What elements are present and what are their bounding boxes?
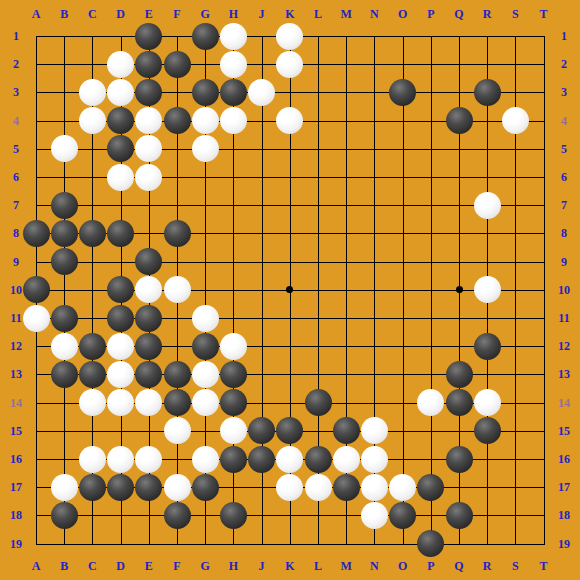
column-label-top-D: D	[116, 7, 125, 22]
column-label-top-P: P	[427, 7, 434, 22]
white-stone-B17[interactable]	[51, 474, 78, 501]
white-stone-N16[interactable]	[361, 446, 388, 473]
black-stone-Q13[interactable]	[446, 361, 473, 388]
row-label-right-18: 18	[558, 508, 570, 523]
white-stone-H4[interactable]	[220, 107, 247, 134]
white-stone-J3[interactable]	[248, 79, 275, 106]
column-label-top-N: N	[370, 7, 379, 22]
column-label-top-F: F	[173, 7, 180, 22]
black-stone-C12[interactable]	[79, 333, 106, 360]
black-stone-G3[interactable]	[192, 79, 219, 106]
row-label-right-12: 12	[558, 339, 570, 354]
row-label-right-8: 8	[561, 226, 567, 241]
black-stone-H3[interactable]	[220, 79, 247, 106]
white-stone-R7[interactable]	[474, 192, 501, 219]
white-stone-H15[interactable]	[220, 417, 247, 444]
column-label-bottom-L: L	[314, 559, 322, 574]
white-stone-H2[interactable]	[220, 51, 247, 78]
white-stone-R10[interactable]	[474, 276, 501, 303]
black-stone-D11[interactable]	[107, 305, 134, 332]
white-stone-D14[interactable]	[107, 389, 134, 416]
black-stone-F4[interactable]	[164, 107, 191, 134]
white-stone-H12[interactable]	[220, 333, 247, 360]
black-stone-H14[interactable]	[220, 389, 247, 416]
white-stone-K2[interactable]	[276, 51, 303, 78]
black-stone-H16[interactable]	[220, 446, 247, 473]
black-stone-E12[interactable]	[135, 333, 162, 360]
white-stone-B12[interactable]	[51, 333, 78, 360]
row-label-left-3: 3	[13, 85, 19, 100]
black-stone-F18[interactable]	[164, 502, 191, 529]
black-stone-A8[interactable]	[23, 220, 50, 247]
white-stone-G11[interactable]	[192, 305, 219, 332]
black-stone-F8[interactable]	[164, 220, 191, 247]
white-stone-F17[interactable]	[164, 474, 191, 501]
black-stone-G1[interactable]	[192, 23, 219, 50]
white-stone-M16[interactable]	[333, 446, 360, 473]
column-label-bottom-P: P	[427, 559, 434, 574]
row-label-right-17: 17	[558, 480, 570, 495]
column-label-bottom-S: S	[512, 559, 519, 574]
black-stone-O3[interactable]	[389, 79, 416, 106]
row-label-left-11: 11	[10, 311, 21, 326]
column-label-bottom-T: T	[540, 559, 548, 574]
column-label-top-A: A	[32, 7, 41, 22]
white-stone-D3[interactable]	[107, 79, 134, 106]
white-stone-O17[interactable]	[389, 474, 416, 501]
white-stone-F10[interactable]	[164, 276, 191, 303]
white-stone-C4[interactable]	[79, 107, 106, 134]
column-label-bottom-C: C	[88, 559, 97, 574]
white-stone-K17[interactable]	[276, 474, 303, 501]
row-label-right-15: 15	[558, 423, 570, 438]
row-label-right-7: 7	[561, 198, 567, 213]
column-label-bottom-J: J	[259, 559, 265, 574]
black-stone-O18[interactable]	[389, 502, 416, 529]
black-stone-R3[interactable]	[474, 79, 501, 106]
row-label-left-10: 10	[10, 282, 22, 297]
black-stone-Q4[interactable]	[446, 107, 473, 134]
white-stone-C3[interactable]	[79, 79, 106, 106]
white-stone-D16[interactable]	[107, 446, 134, 473]
black-stone-B7[interactable]	[51, 192, 78, 219]
black-stone-M17[interactable]	[333, 474, 360, 501]
white-stone-G13[interactable]	[192, 361, 219, 388]
white-stone-H1[interactable]	[220, 23, 247, 50]
black-stone-B9[interactable]	[51, 248, 78, 275]
column-label-top-Q: Q	[454, 7, 463, 22]
row-label-left-1: 1	[13, 29, 19, 44]
column-label-bottom-A: A	[32, 559, 41, 574]
black-stone-L14[interactable]	[305, 389, 332, 416]
row-label-left-2: 2	[13, 57, 19, 72]
column-label-bottom-D: D	[116, 559, 125, 574]
black-stone-B8[interactable]	[51, 220, 78, 247]
white-stone-R14[interactable]	[474, 389, 501, 416]
go-board-screenshot: ABCDEFGHJKLMNOPQRST ABCDEFGHJKLMNOPQRST …	[0, 0, 580, 580]
row-label-right-3: 3	[561, 85, 567, 100]
star-point-Q10	[456, 286, 463, 293]
black-stone-A10[interactable]	[23, 276, 50, 303]
black-stone-E3[interactable]	[135, 79, 162, 106]
white-stone-N18[interactable]	[361, 502, 388, 529]
black-stone-E2[interactable]	[135, 51, 162, 78]
column-label-bottom-O: O	[398, 559, 407, 574]
row-label-right-16: 16	[558, 452, 570, 467]
black-stone-H18[interactable]	[220, 502, 247, 529]
black-stone-P19[interactable]	[417, 530, 444, 557]
row-label-left-18: 18	[10, 508, 22, 523]
white-stone-G14[interactable]	[192, 389, 219, 416]
black-stone-B18[interactable]	[51, 502, 78, 529]
row-label-right-1: 1	[561, 29, 567, 44]
white-stone-C14[interactable]	[79, 389, 106, 416]
row-label-right-5: 5	[561, 141, 567, 156]
column-label-top-K: K	[285, 7, 294, 22]
black-stone-M15[interactable]	[333, 417, 360, 444]
row-label-left-14: 14	[10, 395, 22, 410]
white-stone-N17[interactable]	[361, 474, 388, 501]
black-stone-P17[interactable]	[417, 474, 444, 501]
column-label-top-H: H	[229, 7, 238, 22]
column-label-bottom-R: R	[483, 559, 492, 574]
row-label-right-4: 4	[561, 113, 567, 128]
white-stone-G4[interactable]	[192, 107, 219, 134]
white-stone-E6[interactable]	[135, 164, 162, 191]
white-stone-A11[interactable]	[23, 305, 50, 332]
black-stone-E11[interactable]	[135, 305, 162, 332]
black-stone-R12[interactable]	[474, 333, 501, 360]
black-stone-G17[interactable]	[192, 474, 219, 501]
white-stone-E16[interactable]	[135, 446, 162, 473]
black-stone-F13[interactable]	[164, 361, 191, 388]
column-label-top-B: B	[60, 7, 68, 22]
column-label-top-L: L	[314, 7, 322, 22]
black-stone-C8[interactable]	[79, 220, 106, 247]
row-label-right-13: 13	[558, 367, 570, 382]
column-label-top-R: R	[483, 7, 492, 22]
column-label-bottom-K: K	[285, 559, 294, 574]
black-stone-D8[interactable]	[107, 220, 134, 247]
column-label-bottom-G: G	[201, 559, 210, 574]
black-stone-C17[interactable]	[79, 474, 106, 501]
column-label-top-E: E	[145, 7, 153, 22]
row-label-right-9: 9	[561, 254, 567, 269]
column-label-top-G: G	[201, 7, 210, 22]
white-stone-D12[interactable]	[107, 333, 134, 360]
row-label-left-16: 16	[10, 452, 22, 467]
black-stone-B13[interactable]	[51, 361, 78, 388]
row-label-left-8: 8	[13, 226, 19, 241]
row-label-left-12: 12	[10, 339, 22, 354]
black-stone-G12[interactable]	[192, 333, 219, 360]
column-label-bottom-H: H	[229, 559, 238, 574]
black-stone-Q18[interactable]	[446, 502, 473, 529]
row-label-right-6: 6	[561, 170, 567, 185]
black-stone-C13[interactable]	[79, 361, 106, 388]
column-label-bottom-M: M	[341, 559, 352, 574]
row-label-left-19: 19	[10, 536, 22, 551]
row-label-left-5: 5	[13, 141, 19, 156]
row-label-left-13: 13	[10, 367, 22, 382]
row-label-right-14: 14	[558, 395, 570, 410]
white-stone-C16[interactable]	[79, 446, 106, 473]
black-stone-J16[interactable]	[248, 446, 275, 473]
black-stone-E17[interactable]	[135, 474, 162, 501]
black-stone-F2[interactable]	[164, 51, 191, 78]
white-stone-K1[interactable]	[276, 23, 303, 50]
row-label-left-15: 15	[10, 423, 22, 438]
white-stone-K16[interactable]	[276, 446, 303, 473]
column-label-top-O: O	[398, 7, 407, 22]
black-stone-D17[interactable]	[107, 474, 134, 501]
row-label-right-10: 10	[558, 282, 570, 297]
white-stone-D6[interactable]	[107, 164, 134, 191]
black-stone-H13[interactable]	[220, 361, 247, 388]
column-label-top-C: C	[88, 7, 97, 22]
column-label-bottom-Q: Q	[454, 559, 463, 574]
black-stone-Q14[interactable]	[446, 389, 473, 416]
column-label-top-T: T	[540, 7, 548, 22]
row-label-left-17: 17	[10, 480, 22, 495]
column-label-top-S: S	[512, 7, 519, 22]
white-stone-F15[interactable]	[164, 417, 191, 444]
column-label-top-J: J	[259, 7, 265, 22]
white-stone-D13[interactable]	[107, 361, 134, 388]
black-stone-F14[interactable]	[164, 389, 191, 416]
row-label-left-6: 6	[13, 170, 19, 185]
column-label-bottom-E: E	[145, 559, 153, 574]
black-stone-E1[interactable]	[135, 23, 162, 50]
white-stone-B5[interactable]	[51, 135, 78, 162]
black-stone-B11[interactable]	[51, 305, 78, 332]
black-stone-R15[interactable]	[474, 417, 501, 444]
column-label-bottom-F: F	[173, 559, 180, 574]
white-stone-G5[interactable]	[192, 135, 219, 162]
row-label-right-19: 19	[558, 536, 570, 551]
column-label-bottom-N: N	[370, 559, 379, 574]
column-label-top-M: M	[341, 7, 352, 22]
white-stone-S4[interactable]	[502, 107, 529, 134]
white-stone-N15[interactable]	[361, 417, 388, 444]
row-label-left-4: 4	[13, 113, 19, 128]
row-label-left-7: 7	[13, 198, 19, 213]
black-stone-L16[interactable]	[305, 446, 332, 473]
white-stone-G16[interactable]	[192, 446, 219, 473]
row-label-left-9: 9	[13, 254, 19, 269]
white-stone-D2[interactable]	[107, 51, 134, 78]
column-label-bottom-B: B	[60, 559, 68, 574]
black-stone-E13[interactable]	[135, 361, 162, 388]
white-stone-L17[interactable]	[305, 474, 332, 501]
black-stone-D4[interactable]	[107, 107, 134, 134]
black-stone-Q16[interactable]	[446, 446, 473, 473]
row-label-right-11: 11	[558, 311, 569, 326]
row-label-right-2: 2	[561, 57, 567, 72]
